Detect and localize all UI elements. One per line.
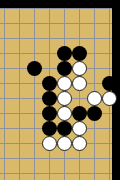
white-stone (72, 76, 87, 91)
white-stone (57, 76, 72, 91)
black-stone (42, 106, 57, 121)
grid-line-horizontal (0, 68, 112, 69)
grid-line-horizontal (0, 173, 112, 174)
grid-line-vertical (19, 8, 20, 180)
grid-line-vertical (79, 8, 80, 180)
black-stone (42, 91, 57, 106)
grid-line-horizontal (0, 8, 112, 9)
app-background (0, 0, 120, 180)
grid-line-vertical (4, 8, 5, 180)
black-stone (57, 46, 72, 61)
black-stone (42, 76, 57, 91)
black-stone (87, 106, 102, 121)
go-board[interactable] (0, 8, 112, 180)
black-stone (72, 106, 87, 121)
grid-line-vertical (34, 8, 35, 180)
white-stone (57, 91, 72, 106)
white-stone (57, 136, 72, 151)
black-stone (102, 76, 117, 91)
white-stone (72, 121, 87, 136)
black-stone (42, 121, 57, 136)
white-stone (87, 91, 102, 106)
black-stone (57, 121, 72, 136)
grid-line-horizontal (0, 53, 112, 54)
black-stone (72, 46, 87, 61)
white-stone (72, 136, 87, 151)
grid-line-horizontal (0, 38, 112, 39)
white-stone (72, 61, 87, 76)
grid-line-horizontal (0, 158, 112, 159)
white-stone (42, 136, 57, 151)
black-stone (57, 61, 72, 76)
white-stone (102, 91, 117, 106)
white-stone (57, 106, 72, 121)
grid-line-horizontal (0, 23, 112, 24)
black-stone (27, 61, 42, 76)
